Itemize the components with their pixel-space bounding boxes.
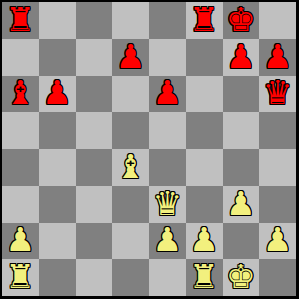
square-e3[interactable]: ♛ <box>149 186 186 223</box>
square-h7[interactable]: ♟ <box>259 39 296 76</box>
square-d5[interactable] <box>112 112 149 149</box>
square-a8[interactable]: ♜ <box>2 2 39 39</box>
square-a5[interactable] <box>2 112 39 149</box>
square-c4[interactable] <box>76 149 113 186</box>
square-a3[interactable] <box>2 186 39 223</box>
square-d4[interactable]: ♝ <box>112 149 149 186</box>
square-f1[interactable]: ♜ <box>186 259 223 296</box>
square-e7[interactable] <box>149 39 186 76</box>
square-g7[interactable]: ♟ <box>223 39 260 76</box>
square-c2[interactable] <box>76 223 113 260</box>
square-f6[interactable] <box>186 76 223 113</box>
square-f3[interactable] <box>186 186 223 223</box>
chess-board: ♜♜♚♟♟♟♝♟♟♛♝♛♟♟♟♟♟♜♜♚ <box>2 2 296 296</box>
square-d3[interactable] <box>112 186 149 223</box>
red-bishop-piece[interactable]: ♝ <box>6 76 36 109</box>
square-e1[interactable] <box>149 259 186 296</box>
square-c1[interactable] <box>76 259 113 296</box>
square-h5[interactable] <box>259 112 296 149</box>
square-f2[interactable]: ♟ <box>186 223 223 260</box>
square-e2[interactable]: ♟ <box>149 223 186 260</box>
square-e4[interactable] <box>149 149 186 186</box>
square-b1[interactable] <box>39 259 76 296</box>
square-c5[interactable] <box>76 112 113 149</box>
square-h2[interactable]: ♟ <box>259 223 296 260</box>
yellow-rook-piece[interactable]: ♜ <box>6 260 36 293</box>
square-f4[interactable] <box>186 149 223 186</box>
square-h8[interactable] <box>259 2 296 39</box>
yellow-pawn-piece[interactable]: ♟ <box>153 223 183 256</box>
square-b5[interactable] <box>39 112 76 149</box>
chess-board-frame: ♜♜♚♟♟♟♝♟♟♛♝♛♟♟♟♟♟♜♜♚ <box>0 0 299 299</box>
square-c8[interactable] <box>76 2 113 39</box>
yellow-pawn-piece[interactable]: ♟ <box>189 223 219 256</box>
square-d8[interactable] <box>112 2 149 39</box>
square-e8[interactable] <box>149 2 186 39</box>
square-b7[interactable] <box>39 39 76 76</box>
square-d7[interactable]: ♟ <box>112 39 149 76</box>
square-g2[interactable] <box>223 223 260 260</box>
square-b2[interactable] <box>39 223 76 260</box>
square-h1[interactable] <box>259 259 296 296</box>
square-g8[interactable]: ♚ <box>223 2 260 39</box>
yellow-pawn-piece[interactable]: ♟ <box>263 223 293 256</box>
red-pawn-piece[interactable]: ♟ <box>153 76 183 109</box>
square-g5[interactable] <box>223 112 260 149</box>
square-g6[interactable] <box>223 76 260 113</box>
square-h3[interactable] <box>259 186 296 223</box>
square-d1[interactable] <box>112 259 149 296</box>
square-c6[interactable] <box>76 76 113 113</box>
square-a1[interactable]: ♜ <box>2 259 39 296</box>
square-f5[interactable] <box>186 112 223 149</box>
square-a4[interactable] <box>2 149 39 186</box>
square-h6[interactable]: ♛ <box>259 76 296 113</box>
red-king-piece[interactable]: ♚ <box>226 3 256 36</box>
red-pawn-piece[interactable]: ♟ <box>116 40 146 73</box>
square-h4[interactable] <box>259 149 296 186</box>
square-b8[interactable] <box>39 2 76 39</box>
square-a7[interactable] <box>2 39 39 76</box>
yellow-bishop-piece[interactable]: ♝ <box>116 150 146 183</box>
square-g1[interactable]: ♚ <box>223 259 260 296</box>
square-c3[interactable] <box>76 186 113 223</box>
square-f8[interactable]: ♜ <box>186 2 223 39</box>
red-pawn-piece[interactable]: ♟ <box>263 40 293 73</box>
square-b6[interactable]: ♟ <box>39 76 76 113</box>
yellow-queen-piece[interactable]: ♛ <box>153 187 183 220</box>
yellow-king-piece[interactable]: ♚ <box>226 260 256 293</box>
square-g4[interactable] <box>223 149 260 186</box>
red-pawn-piece[interactable]: ♟ <box>226 40 256 73</box>
red-pawn-piece[interactable]: ♟ <box>42 76 72 109</box>
red-rook-piece[interactable]: ♜ <box>6 3 36 36</box>
red-rook-piece[interactable]: ♜ <box>189 3 219 36</box>
square-a6[interactable]: ♝ <box>2 76 39 113</box>
square-c7[interactable] <box>76 39 113 76</box>
square-g3[interactable]: ♟ <box>223 186 260 223</box>
yellow-pawn-piece[interactable]: ♟ <box>6 223 36 256</box>
square-e6[interactable]: ♟ <box>149 76 186 113</box>
yellow-rook-piece[interactable]: ♜ <box>189 260 219 293</box>
yellow-pawn-piece[interactable]: ♟ <box>226 187 256 220</box>
square-f7[interactable] <box>186 39 223 76</box>
red-queen-piece[interactable]: ♛ <box>263 76 293 109</box>
square-b4[interactable] <box>39 149 76 186</box>
square-e5[interactable] <box>149 112 186 149</box>
square-a2[interactable]: ♟ <box>2 223 39 260</box>
square-d6[interactable] <box>112 76 149 113</box>
square-b3[interactable] <box>39 186 76 223</box>
square-d2[interactable] <box>112 223 149 260</box>
